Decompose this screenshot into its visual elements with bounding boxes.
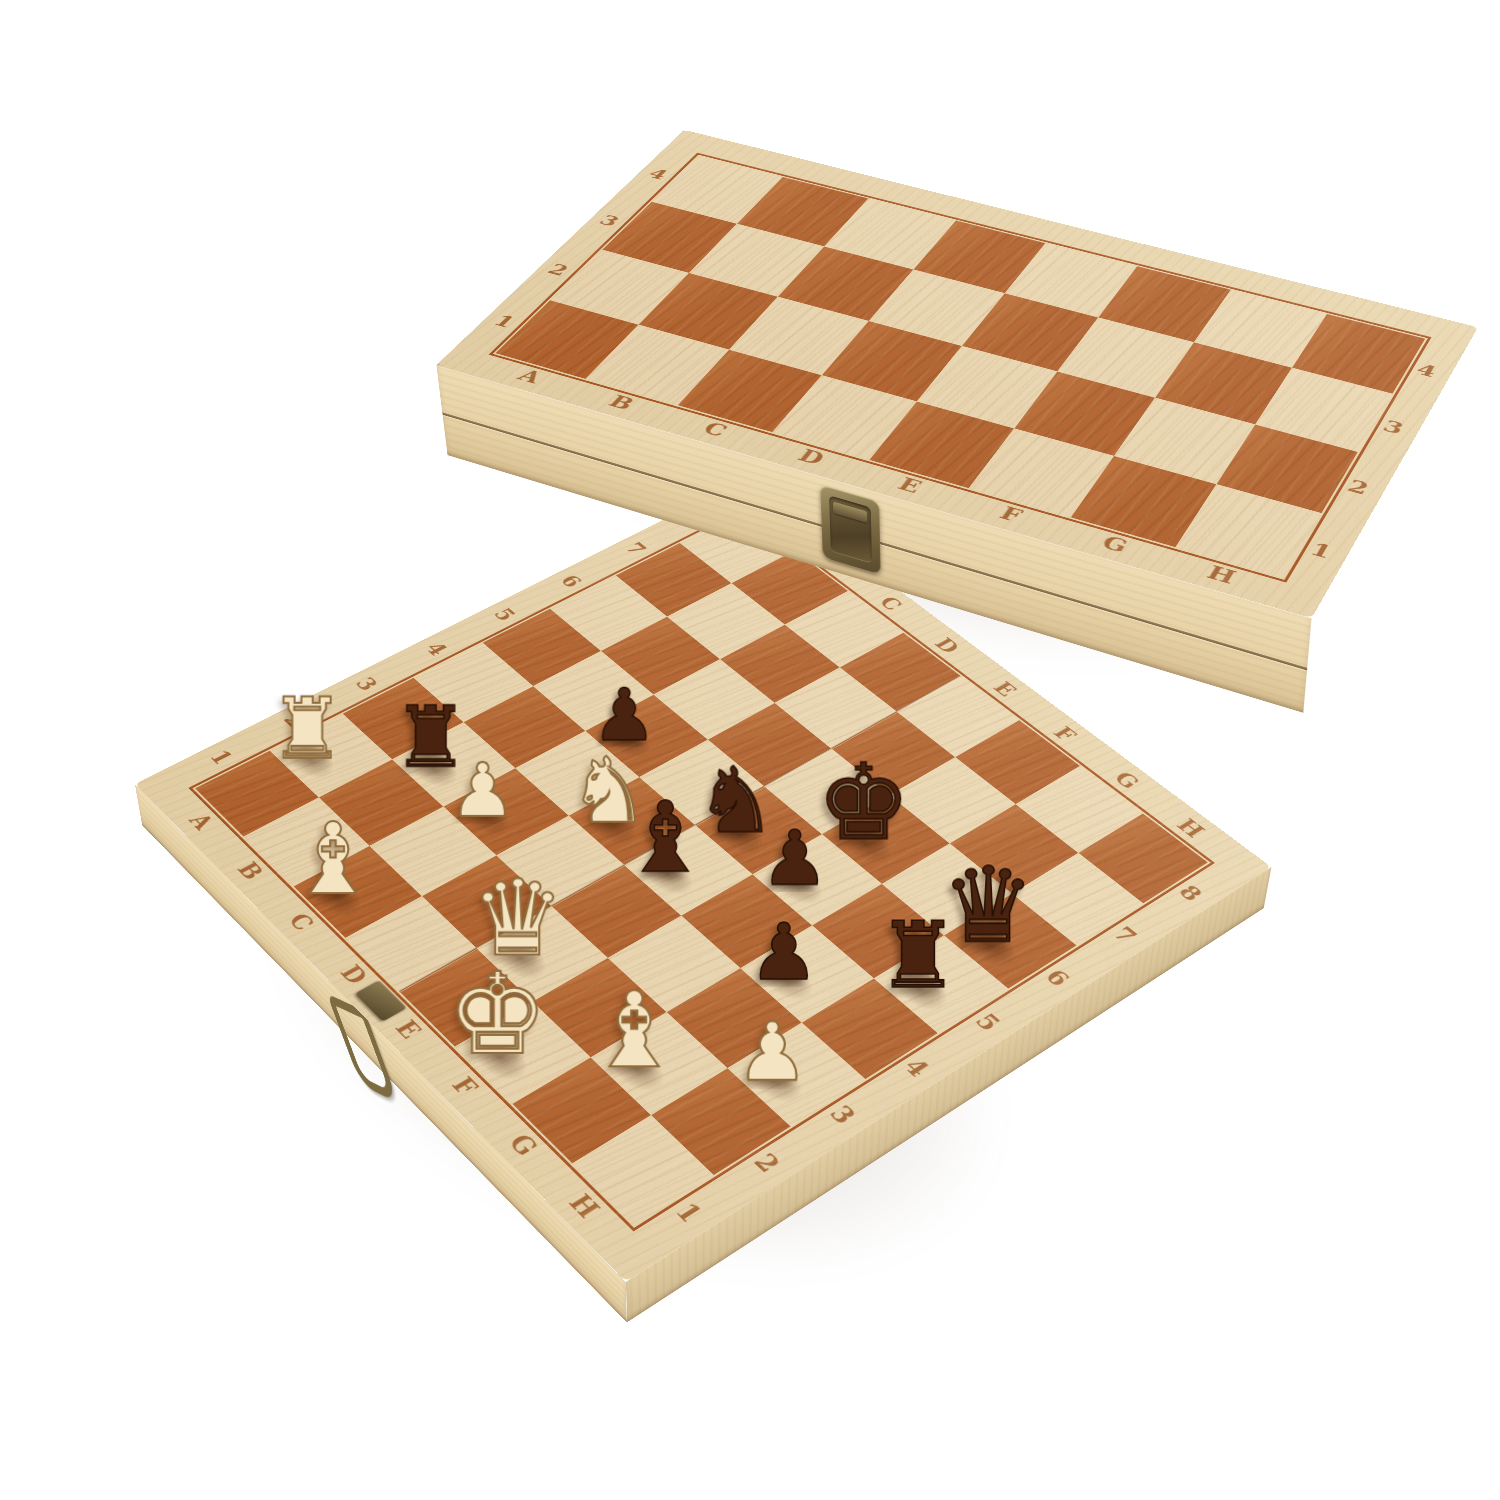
box-file-label-c: C <box>696 418 735 442</box>
rank-label-6-right: 6 <box>1036 963 1078 993</box>
square-h8 <box>1078 813 1207 903</box>
piece-glyph: ♝ <box>261 769 405 905</box>
piece-glyph: ♜ <box>239 638 376 767</box>
rank-label-5-right: 5 <box>967 1007 1009 1038</box>
file-label-e-back: E <box>986 677 1024 702</box>
box-file-label-d: D <box>792 445 831 469</box>
box-file-label-e: E <box>890 473 929 498</box>
file-label-c-front: C <box>281 907 322 936</box>
piece-glyph: ♟ <box>413 692 553 824</box>
box-file-label-f: F <box>992 502 1031 528</box>
box-file-label-b: B <box>602 391 641 414</box>
file-label-f-back: F <box>1046 721 1085 746</box>
rank-label-1-left: 1 <box>202 744 241 770</box>
box-rank-label-2-right: 2 <box>1340 475 1377 500</box>
rank-label-6-left: 6 <box>553 570 589 593</box>
file-label-a-front: A <box>182 808 221 835</box>
box-file-label-h: H <box>1202 561 1241 588</box>
box-rank-label-3-right: 3 <box>1375 415 1411 439</box>
rank-label-5-left: 5 <box>486 603 523 626</box>
rank-label-8-right: 8 <box>1170 879 1211 907</box>
file-label-c-back: C <box>872 592 909 615</box>
file-label-h-back: H <box>1171 815 1211 842</box>
box-rank-label-4-right: 4 <box>1409 359 1444 381</box>
piece-glyph: ♟ <box>696 945 849 1089</box>
box-rank-label-3-left: 3 <box>592 211 628 230</box>
file-label-f-front: F <box>443 1070 486 1102</box>
box-latch-clasp <box>820 484 880 574</box>
closed-chessbox: ABCDEFGH11223344 <box>437 130 1479 618</box>
box-rank-label-4-left: 4 <box>641 165 676 183</box>
piece-glyph: ♜ <box>844 858 992 998</box>
file-label-g-back: G <box>1107 767 1146 793</box>
file-label-d-back: D <box>928 634 965 658</box>
file-label-h-front: H <box>562 1189 607 1224</box>
box-rank-label-1-left: 1 <box>486 311 524 332</box>
box-file-label-a: A <box>511 365 550 388</box>
rank-label-4-right: 4 <box>895 1052 938 1084</box>
box-rank-label-2-left: 2 <box>540 260 577 280</box>
box-file-label-g: G <box>1095 531 1134 557</box>
box-rank-label-1-right: 1 <box>1302 537 1340 563</box>
product-photo-scene: AABBCCDDEEFFGGHH1122334455667788♜♝♟♞♛♚♝♟… <box>0 0 1500 1500</box>
rank-label-7-left: 7 <box>618 538 654 560</box>
piece-white-pawn-h3: ♟ <box>728 1023 866 1127</box>
file-label-g-front: G <box>501 1128 545 1161</box>
piece-glyph: ♝ <box>558 934 710 1078</box>
rank-label-7-right: 7 <box>1104 920 1145 949</box>
piece-glyph: ♚ <box>422 924 574 1067</box>
